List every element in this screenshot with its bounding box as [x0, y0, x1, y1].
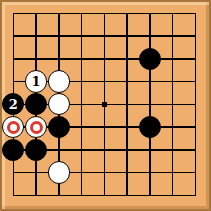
board-point-7-2[interactable] [138, 25, 161, 48]
black-stone [25, 139, 47, 161]
grid-vline [172, 161, 174, 184]
board-point-9-9[interactable] [184, 184, 207, 207]
board-point-8-2[interactable] [161, 25, 184, 48]
board-point-1-2[interactable] [2, 25, 25, 48]
grid-vline [172, 93, 174, 116]
board-point-7-3[interactable] [138, 47, 161, 70]
board-point-5-1[interactable] [93, 2, 116, 25]
board-point-3-1[interactable] [47, 2, 70, 25]
black-stone [2, 139, 24, 161]
board-point-7-8[interactable] [138, 161, 161, 184]
board-point-3-3[interactable] [47, 47, 70, 70]
board-point-8-8[interactable] [161, 161, 184, 184]
board-point-4-1[interactable] [70, 2, 93, 25]
board-point-5-3[interactable] [93, 47, 116, 70]
board-point-6-4[interactable] [116, 70, 139, 93]
white-stone: 1 [25, 70, 47, 92]
grid-vline [104, 70, 106, 93]
grid-vline [195, 93, 197, 116]
board-point-2-9[interactable] [25, 184, 48, 207]
grid-vline [13, 184, 15, 196]
board-point-8-3[interactable] [161, 47, 184, 70]
grid-vline [104, 138, 106, 161]
board-point-1-1[interactable] [2, 2, 25, 25]
grid-vline [104, 161, 106, 184]
grid-vline [13, 47, 15, 70]
grid-hline [13, 195, 25, 197]
board-point-3-7[interactable] [47, 138, 70, 161]
grid-vline [195, 161, 197, 184]
grid-vline [13, 70, 15, 93]
grid-vline [126, 184, 128, 196]
grid-vline [195, 184, 197, 196]
board-point-1-5[interactable]: 2 [2, 93, 25, 116]
board-point-7-7[interactable] [138, 138, 161, 161]
board-point-1-6[interactable] [2, 116, 25, 139]
white-stone [25, 116, 47, 138]
grid-hline [13, 58, 25, 60]
grid-vline [126, 25, 128, 48]
board-point-6-9[interactable] [116, 184, 139, 207]
grid-vline [35, 25, 37, 48]
grid-vline [58, 25, 60, 48]
grid-vline [195, 25, 197, 48]
grid-vline [81, 184, 83, 196]
grid-vline [172, 13, 174, 25]
board-point-9-4[interactable] [184, 70, 207, 93]
board-point-2-2[interactable] [25, 25, 48, 48]
board-point-8-1[interactable] [161, 2, 184, 25]
grid-vline [13, 161, 15, 184]
board-point-4-2[interactable] [70, 25, 93, 48]
grid-vline [58, 184, 60, 196]
black-stone [25, 93, 47, 115]
board-point-6-7[interactable] [116, 138, 139, 161]
grid-vline [195, 70, 197, 93]
grid-vline [149, 93, 151, 116]
grid-hline [13, 81, 25, 83]
white-stone [48, 70, 70, 92]
board-point-1-7[interactable] [2, 138, 25, 161]
board-point-9-1[interactable] [184, 2, 207, 25]
grid-vline [35, 161, 37, 184]
board-point-2-7[interactable] [25, 138, 48, 161]
board-point-7-5[interactable] [138, 93, 161, 116]
board-point-5-9[interactable] [93, 184, 116, 207]
grid-vline [149, 25, 151, 48]
grid-vline [58, 13, 60, 25]
circle-mark-icon [30, 121, 43, 134]
board-point-4-3[interactable] [70, 47, 93, 70]
grid-vline [35, 47, 37, 70]
board-point-1-8[interactable] [2, 161, 25, 184]
grid-vline [81, 116, 83, 139]
board-grid: 12 [2, 2, 207, 207]
board-point-8-4[interactable] [161, 70, 184, 93]
grid-vline [35, 184, 37, 196]
grid-vline [13, 13, 15, 25]
grid-vline [195, 47, 197, 70]
board-point-6-3[interactable] [116, 47, 139, 70]
star-point [102, 102, 107, 107]
grid-vline [149, 161, 151, 184]
grid-vline [149, 70, 151, 93]
board-point-3-4[interactable] [47, 70, 70, 93]
board-point-2-4[interactable]: 1 [25, 70, 48, 93]
grid-vline [35, 13, 37, 25]
board-point-1-9[interactable] [2, 184, 25, 207]
board-point-7-9[interactable] [138, 184, 161, 207]
board-point-9-2[interactable] [184, 25, 207, 48]
board-point-1-4[interactable] [2, 70, 25, 93]
board-point-6-1[interactable] [116, 2, 139, 25]
board-point-4-6[interactable] [70, 116, 93, 139]
grid-vline [126, 93, 128, 116]
board-point-6-6[interactable] [116, 116, 139, 139]
board-point-7-6[interactable] [138, 116, 161, 139]
board-point-7-4[interactable] [138, 70, 161, 93]
grid-vline [81, 13, 83, 25]
board-point-5-4[interactable] [93, 70, 116, 93]
grid-vline [104, 116, 106, 139]
grid-vline [126, 116, 128, 139]
grid-vline [81, 25, 83, 48]
board-point-5-6[interactable] [93, 116, 116, 139]
grid-vline [81, 161, 83, 184]
board-point-7-1[interactable] [138, 2, 161, 25]
white-stone [2, 116, 24, 138]
black-stone [48, 116, 70, 138]
board-point-5-5[interactable] [93, 93, 116, 116]
grid-vline [126, 13, 128, 25]
white-stone [48, 93, 70, 115]
board-point-5-8[interactable] [93, 161, 116, 184]
grid-vline [172, 138, 174, 161]
board-point-9-8[interactable] [184, 161, 207, 184]
grid-vline [104, 13, 106, 25]
board-point-2-5[interactable] [25, 93, 48, 116]
board-point-5-7[interactable] [93, 138, 116, 161]
board-point-3-5[interactable] [47, 93, 70, 116]
board-point-4-5[interactable] [70, 93, 93, 116]
board-point-6-2[interactable] [116, 25, 139, 48]
board-point-3-9[interactable] [47, 184, 70, 207]
board-point-4-7[interactable] [70, 138, 93, 161]
board-point-9-5[interactable] [184, 93, 207, 116]
board-point-4-9[interactable] [70, 184, 93, 207]
grid-vline [58, 138, 60, 161]
board-point-5-2[interactable] [93, 25, 116, 48]
move-number-label: 2 [9, 98, 18, 111]
grid-vline [172, 116, 174, 139]
grid-vline [104, 184, 106, 196]
board-point-2-8[interactable] [25, 161, 48, 184]
grid-vline [58, 47, 60, 70]
grid-vline [81, 138, 83, 161]
grid-vline [126, 47, 128, 70]
grid-vline [81, 47, 83, 70]
board-point-8-6[interactable] [161, 116, 184, 139]
circle-mark-icon [7, 121, 20, 134]
black-stone: 2 [2, 93, 24, 115]
grid-vline [172, 70, 174, 93]
white-stone [48, 161, 70, 183]
grid-hline [13, 172, 25, 174]
grid-vline [149, 13, 151, 25]
grid-vline [195, 116, 197, 139]
board-point-6-8[interactable] [116, 161, 139, 184]
black-stone [139, 48, 161, 70]
board-point-3-2[interactable] [47, 25, 70, 48]
board-point-2-3[interactable] [25, 47, 48, 70]
board-point-8-9[interactable] [161, 184, 184, 207]
board-point-4-8[interactable] [70, 161, 93, 184]
move-number-label: 1 [32, 75, 41, 88]
grid-vline [172, 47, 174, 70]
grid-vline [81, 93, 83, 116]
board-point-9-3[interactable] [184, 47, 207, 70]
board-point-2-1[interactable] [25, 2, 48, 25]
board-point-4-4[interactable] [70, 70, 93, 93]
go-diagram: 12 [0, 0, 211, 211]
grid-vline [149, 138, 151, 161]
grid-vline [104, 25, 106, 48]
grid-vline [126, 70, 128, 93]
grid-vline [172, 184, 174, 196]
board-point-3-6[interactable] [47, 116, 70, 139]
board-point-6-5[interactable] [116, 93, 139, 116]
grid-hline [13, 13, 25, 15]
grid-vline [149, 184, 151, 196]
grid-vline [126, 161, 128, 184]
black-stone [139, 116, 161, 138]
board-point-1-3[interactable] [2, 47, 25, 70]
grid-vline [195, 13, 197, 25]
grid-vline [126, 138, 128, 161]
grid-vline [195, 138, 197, 161]
board-point-2-6[interactable] [25, 116, 48, 139]
board-point-3-8[interactable] [47, 161, 70, 184]
board-point-8-7[interactable] [161, 138, 184, 161]
grid-hline [13, 35, 25, 37]
grid-vline [172, 25, 174, 48]
board-point-9-7[interactable] [184, 138, 207, 161]
grid-vline [104, 47, 106, 70]
grid-vline [81, 70, 83, 93]
board-point-8-5[interactable] [161, 93, 184, 116]
grid-vline [13, 25, 15, 48]
board-point-9-6[interactable] [184, 116, 207, 139]
go-board: 12 [0, 0, 211, 211]
